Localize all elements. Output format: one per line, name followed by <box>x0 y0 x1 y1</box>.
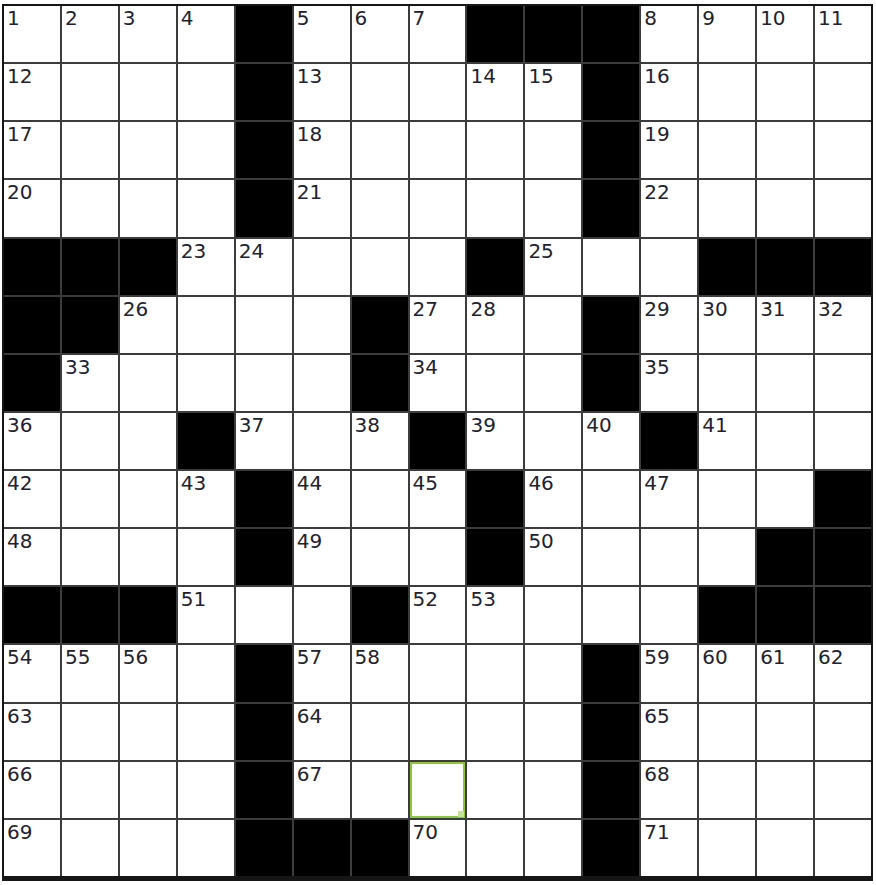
cell-r15c14[interactable] <box>757 820 813 876</box>
black-cell <box>236 704 292 760</box>
clue-number: 50 <box>528 529 553 554</box>
cell-r2c6[interactable]: 13 <box>294 64 350 120</box>
cell-r12c10[interactable] <box>525 645 581 701</box>
cell-r4c4[interactable] <box>178 180 234 236</box>
cell-r6c5[interactable] <box>236 297 292 353</box>
cell-r8c11[interactable]: 40 <box>583 413 639 469</box>
cell-r10c3[interactable] <box>120 529 176 585</box>
cell-r12c3[interactable]: 56 <box>120 645 176 701</box>
clue-number: 44 <box>297 471 322 496</box>
cell-r8c5[interactable]: 37 <box>236 413 292 469</box>
cell-r11c6[interactable] <box>294 587 350 643</box>
cell-r2c14[interactable] <box>757 64 813 120</box>
black-cell <box>757 529 813 585</box>
clue-number: 42 <box>7 471 32 496</box>
clue-number: 67 <box>297 762 322 787</box>
cell-r1c14[interactable]: 10 <box>757 6 813 62</box>
black-cell <box>467 239 523 295</box>
clue-number: 52 <box>413 587 438 612</box>
black-cell <box>525 6 581 62</box>
clue-number: 70 <box>413 820 438 845</box>
clue-number: 36 <box>7 413 32 438</box>
cell-r4c3[interactable] <box>120 180 176 236</box>
black-cell <box>4 355 60 411</box>
black-cell <box>236 180 292 236</box>
cell-r6c6[interactable] <box>294 297 350 353</box>
cell-r7c10[interactable] <box>525 355 581 411</box>
clue-number: 62 <box>818 645 843 670</box>
cell-r3c14[interactable] <box>757 122 813 178</box>
black-cell <box>583 355 639 411</box>
cell-r8c9[interactable]: 39 <box>467 413 523 469</box>
black-cell <box>236 64 292 120</box>
clue-number: 35 <box>644 355 669 380</box>
cell-r11c4[interactable]: 51 <box>178 587 234 643</box>
cell-r4c14[interactable] <box>757 180 813 236</box>
cell-r3c1[interactable]: 17 <box>4 122 60 178</box>
clue-number: 68 <box>644 762 669 787</box>
clue-number: 1 <box>7 6 20 31</box>
cell-r5c10[interactable]: 25 <box>525 239 581 295</box>
cell-r9c1[interactable]: 42 <box>4 471 60 527</box>
black-cell <box>4 239 60 295</box>
clue-number: 22 <box>644 180 669 205</box>
cell-r6c8[interactable]: 27 <box>410 297 466 353</box>
cell-r1c3[interactable]: 3 <box>120 6 176 62</box>
clue-number: 15 <box>528 64 553 89</box>
cell-r7c5[interactable] <box>236 355 292 411</box>
cell-r15c4[interactable] <box>178 820 234 876</box>
cell-r2c1[interactable]: 12 <box>4 64 60 120</box>
cell-r2c4[interactable] <box>178 64 234 120</box>
cell-r8c2[interactable] <box>62 413 118 469</box>
clue-number: 23 <box>181 239 206 264</box>
cell-r3c3[interactable] <box>120 122 176 178</box>
cell-r14c6[interactable]: 67 <box>294 762 350 818</box>
cell-r3c15[interactable] <box>815 122 871 178</box>
cell-r9c12[interactable]: 47 <box>641 471 697 527</box>
cell-r10c10[interactable]: 50 <box>525 529 581 585</box>
cell-r13c4[interactable] <box>178 704 234 760</box>
black-cell <box>583 122 639 178</box>
clue-number: 39 <box>470 413 495 438</box>
cell-r11c8[interactable]: 52 <box>410 587 466 643</box>
black-cell <box>410 413 466 469</box>
cell-r12c9[interactable] <box>467 645 523 701</box>
black-cell <box>641 413 697 469</box>
clue-number: 28 <box>470 297 495 322</box>
cell-r8c10[interactable] <box>525 413 581 469</box>
cell-r15c2[interactable] <box>62 820 118 876</box>
cell-r5c6[interactable] <box>294 239 350 295</box>
black-cell <box>815 239 871 295</box>
clue-number: 12 <box>7 64 32 89</box>
black-cell <box>236 122 292 178</box>
cell-r1c13[interactable]: 9 <box>699 6 755 62</box>
clue-number: 21 <box>297 180 322 205</box>
cell-r7c14[interactable] <box>757 355 813 411</box>
cell-r1c4[interactable]: 4 <box>178 6 234 62</box>
cell-r11c10[interactable] <box>525 587 581 643</box>
black-cell <box>62 587 118 643</box>
cell-r4c8[interactable] <box>410 180 466 236</box>
cell-r4c2[interactable] <box>62 180 118 236</box>
cell-r11c9[interactable]: 53 <box>467 587 523 643</box>
black-cell <box>467 6 523 62</box>
cell-r13c9[interactable] <box>467 704 523 760</box>
clue-number: 45 <box>413 471 438 496</box>
cell-r8c15[interactable] <box>815 413 871 469</box>
clue-number: 54 <box>7 645 32 670</box>
cell-r10c4[interactable] <box>178 529 234 585</box>
cell-r10c13[interactable] <box>699 529 755 585</box>
clue-number: 37 <box>239 413 264 438</box>
cell-r2c8[interactable] <box>410 64 466 120</box>
black-cell <box>352 355 408 411</box>
cell-r9c2[interactable] <box>62 471 118 527</box>
cell-r4c15[interactable] <box>815 180 871 236</box>
clue-number: 34 <box>413 355 438 380</box>
cell-r14c12[interactable]: 68 <box>641 762 697 818</box>
cell-r7c4[interactable] <box>178 355 234 411</box>
cell-r7c2[interactable]: 33 <box>62 355 118 411</box>
cell-r1c6[interactable]: 5 <box>294 6 350 62</box>
cell-r12c14[interactable]: 61 <box>757 645 813 701</box>
cell-r6c9[interactable]: 28 <box>467 297 523 353</box>
clue-number: 60 <box>702 645 727 670</box>
cell-r5c8[interactable] <box>410 239 466 295</box>
cell-r14c7[interactable] <box>352 762 408 818</box>
clue-number: 49 <box>297 529 322 554</box>
clue-number: 65 <box>644 704 669 729</box>
clue-number: 41 <box>702 413 727 438</box>
black-cell <box>62 297 118 353</box>
black-cell <box>583 64 639 120</box>
cell-r13c12[interactable]: 65 <box>641 704 697 760</box>
cell-r11c11[interactable] <box>583 587 639 643</box>
cell-r13c7[interactable] <box>352 704 408 760</box>
cell-r3c2[interactable] <box>62 122 118 178</box>
black-cell <box>236 762 292 818</box>
black-cell <box>236 471 292 527</box>
cell-r5c11[interactable] <box>583 239 639 295</box>
clue-number: 25 <box>528 239 553 264</box>
cell-r8c7[interactable]: 38 <box>352 413 408 469</box>
cell-r15c12[interactable]: 71 <box>641 820 697 876</box>
clue-number: 20 <box>7 180 32 205</box>
clue-number: 30 <box>702 297 727 322</box>
cell-r1c2[interactable]: 2 <box>62 6 118 62</box>
clue-number: 18 <box>297 122 322 147</box>
cell-r3c4[interactable] <box>178 122 234 178</box>
cell-r6c13[interactable]: 30 <box>699 297 755 353</box>
clue-number: 69 <box>7 820 32 845</box>
black-cell <box>583 6 639 62</box>
cell-r7c6[interactable] <box>294 355 350 411</box>
clue-number: 13 <box>297 64 322 89</box>
black-cell <box>699 587 755 643</box>
cell-r7c8[interactable]: 34 <box>410 355 466 411</box>
black-cell <box>583 297 639 353</box>
clue-number: 11 <box>818 6 843 31</box>
cell-r8c1[interactable]: 36 <box>4 413 60 469</box>
cell-r1c7[interactable]: 6 <box>352 6 408 62</box>
cell-r3c9[interactable] <box>467 122 523 178</box>
cell-r6c4[interactable] <box>178 297 234 353</box>
clue-number: 71 <box>644 820 669 845</box>
cell-r9c7[interactable] <box>352 471 408 527</box>
cell-r10c11[interactable] <box>583 529 639 585</box>
cell-r13c8[interactable] <box>410 704 466 760</box>
black-cell <box>467 529 523 585</box>
clue-number: 26 <box>123 297 148 322</box>
black-cell <box>62 239 118 295</box>
cell-r13c14[interactable] <box>757 704 813 760</box>
cell-r12c8[interactable] <box>410 645 466 701</box>
clue-number: 38 <box>355 413 380 438</box>
cell-r14c10[interactable] <box>525 762 581 818</box>
cell-r12c12[interactable]: 59 <box>641 645 697 701</box>
black-cell <box>120 239 176 295</box>
cell-r13c13[interactable] <box>699 704 755 760</box>
cell-r1c12[interactable]: 8 <box>641 6 697 62</box>
cell-r3c10[interactable] <box>525 122 581 178</box>
cell-r2c7[interactable] <box>352 64 408 120</box>
cell-r2c13[interactable] <box>699 64 755 120</box>
cell-r9c11[interactable] <box>583 471 639 527</box>
black-cell <box>236 820 292 876</box>
cell-r4c12[interactable]: 22 <box>641 180 697 236</box>
clue-number: 51 <box>181 587 206 612</box>
cell-r2c10[interactable]: 15 <box>525 64 581 120</box>
clue-number: 57 <box>297 645 322 670</box>
cell-r15c9[interactable] <box>467 820 523 876</box>
cell-r4c6[interactable]: 21 <box>294 180 350 236</box>
clue-number: 61 <box>760 645 785 670</box>
black-cell <box>815 529 871 585</box>
cell-r15c1[interactable]: 69 <box>4 820 60 876</box>
cell-r15c3[interactable] <box>120 820 176 876</box>
cell-r14c1[interactable]: 66 <box>4 762 60 818</box>
cell-r9c13[interactable] <box>699 471 755 527</box>
clue-number: 48 <box>7 529 32 554</box>
cell-r12c6[interactable]: 57 <box>294 645 350 701</box>
black-cell <box>757 239 813 295</box>
cell-r13c6[interactable]: 64 <box>294 704 350 760</box>
clue-number: 31 <box>760 297 785 322</box>
cell-r2c9[interactable]: 14 <box>467 64 523 120</box>
cell-r11c5[interactable] <box>236 587 292 643</box>
cell-r10c7[interactable] <box>352 529 408 585</box>
cell-r12c7[interactable]: 58 <box>352 645 408 701</box>
cell-r9c10[interactable]: 46 <box>525 471 581 527</box>
cell-r9c14[interactable] <box>757 471 813 527</box>
black-cell <box>583 704 639 760</box>
cell-r4c10[interactable] <box>525 180 581 236</box>
cell-r5c5[interactable]: 24 <box>236 239 292 295</box>
clue-number: 47 <box>644 471 669 496</box>
cell-r10c1[interactable]: 48 <box>4 529 60 585</box>
cell-r10c2[interactable] <box>62 529 118 585</box>
cell-r2c2[interactable] <box>62 64 118 120</box>
cell-r10c6[interactable]: 49 <box>294 529 350 585</box>
clue-number: 17 <box>7 122 32 147</box>
cell-r8c13[interactable]: 41 <box>699 413 755 469</box>
clue-number: 7 <box>413 6 426 31</box>
cell-r9c8[interactable]: 45 <box>410 471 466 527</box>
cell-r8c6[interactable] <box>294 413 350 469</box>
clue-number: 27 <box>413 297 438 322</box>
cell-r6c3[interactable]: 26 <box>120 297 176 353</box>
clue-number: 24 <box>239 239 264 264</box>
black-cell <box>4 297 60 353</box>
cell-r2c3[interactable] <box>120 64 176 120</box>
clue-number: 5 <box>297 6 310 31</box>
cell-r12c15[interactable]: 62 <box>815 645 871 701</box>
cell-r6c10[interactable] <box>525 297 581 353</box>
black-cell <box>352 297 408 353</box>
clue-number: 4 <box>181 6 194 31</box>
cell-r14c14[interactable] <box>757 762 813 818</box>
cell-r12c4[interactable] <box>178 645 234 701</box>
clue-number: 59 <box>644 645 669 670</box>
cell-r9c3[interactable] <box>120 471 176 527</box>
black-cell <box>757 587 813 643</box>
cell-r7c9[interactable] <box>467 355 523 411</box>
cell-r2c15[interactable] <box>815 64 871 120</box>
cell-r10c8[interactable] <box>410 529 466 585</box>
clue-number: 2 <box>65 6 78 31</box>
cell-r10c12[interactable] <box>641 529 697 585</box>
cell-r5c4[interactable]: 23 <box>178 239 234 295</box>
black-cell <box>120 587 176 643</box>
clue-number: 9 <box>702 6 715 31</box>
cell-r3c12[interactable]: 19 <box>641 122 697 178</box>
cell-r7c15[interactable] <box>815 355 871 411</box>
black-cell <box>178 413 234 469</box>
clue-number: 3 <box>123 6 136 31</box>
black-cell <box>699 239 755 295</box>
black-cell <box>583 820 639 876</box>
cell-r2c12[interactable]: 16 <box>641 64 697 120</box>
cell-r5c12[interactable] <box>641 239 697 295</box>
black-cell <box>815 471 871 527</box>
black-cell <box>236 645 292 701</box>
clue-number: 43 <box>181 471 206 496</box>
black-cell <box>583 762 639 818</box>
clue-number: 19 <box>644 122 669 147</box>
cell-r4c7[interactable] <box>352 180 408 236</box>
selected-cell[interactable] <box>410 762 466 818</box>
cell-r13c15[interactable] <box>815 704 871 760</box>
cell-r3c13[interactable] <box>699 122 755 178</box>
clue-number: 64 <box>297 704 322 729</box>
clue-number: 63 <box>7 704 32 729</box>
clue-number: 32 <box>818 297 843 322</box>
cell-r14c4[interactable] <box>178 762 234 818</box>
clue-number: 14 <box>470 64 495 89</box>
cell-r1c1[interactable]: 1 <box>4 6 60 62</box>
cell-r6c14[interactable]: 31 <box>757 297 813 353</box>
cell-r13c3[interactable] <box>120 704 176 760</box>
clue-number: 16 <box>644 64 669 89</box>
clue-number: 40 <box>586 413 611 438</box>
cell-r14c9[interactable] <box>467 762 523 818</box>
black-cell <box>352 820 408 876</box>
cell-r1c15[interactable]: 11 <box>815 6 871 62</box>
cell-r8c14[interactable] <box>757 413 813 469</box>
clue-number: 66 <box>7 762 32 787</box>
cell-r13c10[interactable] <box>525 704 581 760</box>
clue-number: 56 <box>123 645 148 670</box>
clue-number: 46 <box>528 471 553 496</box>
clue-number: 55 <box>65 645 90 670</box>
black-cell <box>236 6 292 62</box>
cell-r1c8[interactable]: 7 <box>410 6 466 62</box>
clue-number: 6 <box>355 6 368 31</box>
clue-number: 29 <box>644 297 669 322</box>
clue-number: 8 <box>644 6 657 31</box>
cell-r7c3[interactable] <box>120 355 176 411</box>
black-cell <box>294 820 350 876</box>
cell-r13c2[interactable] <box>62 704 118 760</box>
cell-r9c6[interactable]: 44 <box>294 471 350 527</box>
cell-r12c1[interactable]: 54 <box>4 645 60 701</box>
cell-r15c8[interactable]: 70 <box>410 820 466 876</box>
cell-r4c13[interactable] <box>699 180 755 236</box>
cell-r6c12[interactable]: 29 <box>641 297 697 353</box>
cell-r3c7[interactable] <box>352 122 408 178</box>
cell-r13c1[interactable]: 63 <box>4 704 60 760</box>
black-cell <box>815 587 871 643</box>
clue-number: 58 <box>355 645 380 670</box>
cell-r7c12[interactable]: 35 <box>641 355 697 411</box>
cell-r4c9[interactable] <box>467 180 523 236</box>
cell-r3c6[interactable]: 18 <box>294 122 350 178</box>
cell-r15c15[interactable] <box>815 820 871 876</box>
cell-r14c2[interactable] <box>62 762 118 818</box>
black-cell <box>352 587 408 643</box>
black-cell <box>583 645 639 701</box>
cell-r11c12[interactable] <box>641 587 697 643</box>
black-cell <box>467 471 523 527</box>
cell-r5c7[interactable] <box>352 239 408 295</box>
cell-r14c3[interactable] <box>120 762 176 818</box>
cell-r15c13[interactable] <box>699 820 755 876</box>
cell-r8c3[interactable] <box>120 413 176 469</box>
cell-r6c15[interactable]: 32 <box>815 297 871 353</box>
clue-number: 10 <box>760 6 785 31</box>
cell-r15c10[interactable] <box>525 820 581 876</box>
cell-r7c13[interactable] <box>699 355 755 411</box>
cell-r4c1[interactable]: 20 <box>4 180 60 236</box>
black-cell <box>4 587 60 643</box>
cell-r9c4[interactable]: 43 <box>178 471 234 527</box>
crossword-grid: 1234567891011121314151617181920212223242… <box>2 4 873 881</box>
clue-number: 33 <box>65 355 90 380</box>
cell-r12c13[interactable]: 60 <box>699 645 755 701</box>
clue-number: 53 <box>470 587 495 612</box>
black-cell <box>236 529 292 585</box>
cell-r14c15[interactable] <box>815 762 871 818</box>
cell-r12c2[interactable]: 55 <box>62 645 118 701</box>
cell-r14c13[interactable] <box>699 762 755 818</box>
black-cell <box>583 180 639 236</box>
cell-r3c8[interactable] <box>410 122 466 178</box>
